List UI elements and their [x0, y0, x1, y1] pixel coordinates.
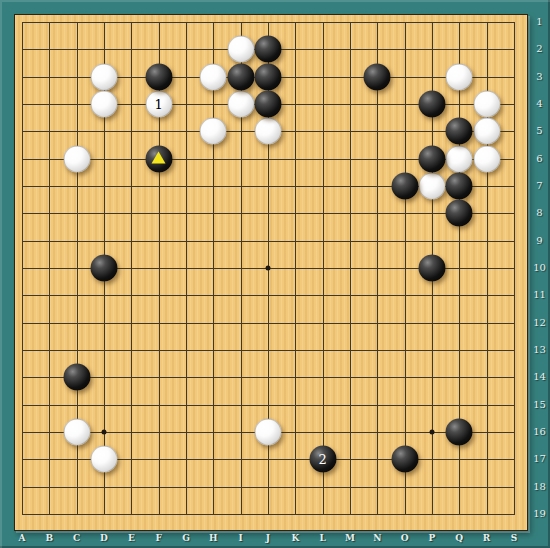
column-label-Q: Q [449, 533, 469, 543]
grid-line [323, 22, 324, 515]
column-label-H: H [203, 533, 223, 543]
grid-line [295, 22, 296, 515]
row-label-2: 2 [529, 43, 550, 55]
star-point [265, 265, 270, 270]
stone-black-O7[interactable] [391, 172, 418, 199]
column-label-J: J [258, 533, 278, 543]
stone-black-Q16[interactable] [446, 418, 473, 445]
grid-line [22, 323, 515, 324]
grid-line [405, 22, 406, 515]
row-label-16: 16 [529, 426, 550, 438]
column-label-P: P [422, 533, 442, 543]
board-grid: 12 [22, 22, 515, 515]
column-label-F: F [149, 533, 169, 543]
row-label-5: 5 [529, 125, 550, 137]
stone-white-P7[interactable] [418, 172, 445, 199]
row-label-3: 3 [529, 71, 550, 83]
stone-white-J16[interactable] [254, 418, 281, 445]
stone-black-Q7[interactable] [446, 172, 473, 199]
go-app-window: 12 ABCDEFGHIJKLMNOPQRS 12345678910111213… [0, 0, 550, 548]
stone-black-Q5[interactable] [446, 118, 473, 145]
move-number-label: 2 [318, 453, 326, 466]
triangle-marker-icon [152, 152, 166, 164]
star-point [101, 429, 106, 434]
stone-black-D10[interactable] [90, 254, 117, 281]
row-label-6: 6 [529, 153, 550, 165]
row-label-9: 9 [529, 235, 550, 247]
stone-black-P10[interactable] [418, 254, 445, 281]
stone-black-I3[interactable] [227, 63, 254, 90]
stone-black-C14[interactable] [63, 364, 90, 391]
grid-line [22, 405, 515, 406]
column-label-A: A [12, 533, 32, 543]
row-label-8: 8 [529, 207, 550, 219]
column-label-I: I [231, 533, 251, 543]
row-label-17: 17 [529, 453, 550, 465]
stone-white-D4[interactable] [90, 90, 117, 117]
column-label-S: S [504, 533, 524, 543]
row-label-7: 7 [529, 180, 550, 192]
stone-black-P6[interactable] [418, 145, 445, 172]
stone-black-Q8[interactable] [446, 200, 473, 227]
row-label-13: 13 [529, 344, 550, 356]
grid-line [22, 377, 515, 378]
stone-white-C16[interactable] [63, 418, 90, 445]
stone-black-L17[interactable]: 2 [309, 446, 336, 473]
grid-line [22, 487, 515, 488]
stone-black-J3[interactable] [254, 63, 281, 90]
stone-white-Q3[interactable] [446, 63, 473, 90]
move-number-label: 1 [155, 97, 163, 110]
stone-white-R4[interactable] [473, 90, 500, 117]
grid-line [350, 22, 351, 515]
row-label-10: 10 [529, 262, 550, 274]
row-label-19: 19 [529, 508, 550, 520]
grid-line [22, 350, 515, 351]
column-label-M: M [340, 533, 360, 543]
stone-white-R5[interactable] [473, 118, 500, 145]
stone-white-D17[interactable] [90, 446, 117, 473]
grid-line [377, 22, 378, 515]
stone-black-N3[interactable] [364, 63, 391, 90]
row-label-11: 11 [529, 289, 550, 301]
stone-white-D3[interactable] [90, 63, 117, 90]
stone-white-H5[interactable] [200, 118, 227, 145]
grid-line [22, 514, 515, 515]
stone-white-Q6[interactable] [446, 145, 473, 172]
row-label-1: 1 [529, 16, 550, 28]
row-label-14: 14 [529, 371, 550, 383]
star-point [429, 429, 434, 434]
row-label-15: 15 [529, 399, 550, 411]
stone-white-F4[interactable]: 1 [145, 90, 172, 117]
stone-black-J4[interactable] [254, 90, 281, 117]
stone-white-I4[interactable] [227, 90, 254, 117]
column-label-O: O [395, 533, 415, 543]
column-label-B: B [39, 533, 59, 543]
stone-black-J2[interactable] [254, 36, 281, 63]
stone-white-H3[interactable] [200, 63, 227, 90]
column-label-C: C [67, 533, 87, 543]
column-label-K: K [285, 533, 305, 543]
stone-white-J5[interactable] [254, 118, 281, 145]
grid-line [22, 295, 515, 296]
stone-black-F3[interactable] [145, 63, 172, 90]
column-label-D: D [94, 533, 114, 543]
column-label-N: N [367, 533, 387, 543]
stone-black-O17[interactable] [391, 446, 418, 473]
goban-board[interactable]: 12 [14, 14, 528, 531]
stone-white-R6[interactable] [473, 145, 500, 172]
row-label-12: 12 [529, 317, 550, 329]
grid-line [514, 22, 515, 515]
stone-white-I2[interactable] [227, 36, 254, 63]
column-label-E: E [121, 533, 141, 543]
column-label-R: R [477, 533, 497, 543]
row-label-4: 4 [529, 98, 550, 110]
stone-black-P4[interactable] [418, 90, 445, 117]
column-label-G: G [176, 533, 196, 543]
column-label-L: L [313, 533, 333, 543]
stone-black-F6[interactable] [145, 145, 172, 172]
stone-white-C6[interactable] [63, 145, 90, 172]
row-label-18: 18 [529, 481, 550, 493]
